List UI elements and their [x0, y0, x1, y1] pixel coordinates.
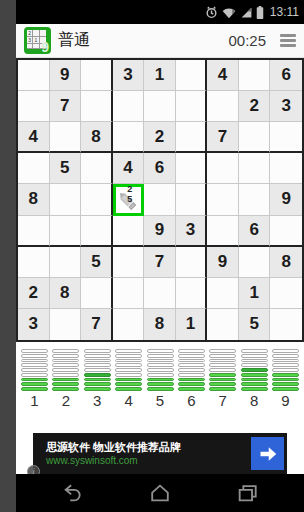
- cell-r4c9[interactable]: [270, 153, 302, 184]
- digit-button-4[interactable]: 4: [115, 349, 142, 409]
- cell-r1c9[interactable]: 6: [270, 60, 302, 91]
- digit-button-5[interactable]: 5: [147, 349, 174, 409]
- cell-r8c2[interactable]: 8: [50, 278, 82, 309]
- battery-icon: [256, 6, 264, 19]
- cell-r3c9[interactable]: [270, 122, 302, 153]
- cell-r4c5[interactable]: 6: [144, 153, 176, 184]
- cell-r7c5[interactable]: 7: [144, 247, 176, 278]
- cell-r7c2[interactable]: [50, 247, 82, 278]
- cell-r7c1[interactable]: [18, 247, 50, 278]
- cell-r6c5[interactable]: 9: [144, 216, 176, 247]
- digit-count-bar-1: [21, 349, 48, 391]
- pencil-marks: 2 5: [127, 184, 132, 204]
- cell-r8c6[interactable]: [176, 278, 208, 309]
- overflow-menu-icon[interactable]: [280, 30, 296, 51]
- cell-r7c4[interactable]: [113, 247, 145, 278]
- cell-r1c7[interactable]: 4: [207, 60, 239, 91]
- cell-r4c2[interactable]: 5: [50, 153, 82, 184]
- cell-r1c1[interactable]: [18, 60, 50, 91]
- cell-r5c1[interactable]: 8: [18, 184, 50, 215]
- app-icon-digit: 9: [41, 40, 49, 54]
- nav-recents-button[interactable]: [217, 474, 277, 512]
- alarm-icon: [205, 6, 218, 19]
- digit-label: 1: [30, 393, 38, 409]
- wifi-icon: [221, 6, 237, 19]
- cell-r3c2[interactable]: [50, 122, 82, 153]
- cell-r4c4[interactable]: 4: [113, 153, 145, 184]
- cell-r4c7[interactable]: [207, 153, 239, 184]
- digit-label: 5: [156, 393, 164, 409]
- cell-r9c1[interactable]: 3: [18, 309, 50, 340]
- cell-r9c4[interactable]: [113, 309, 145, 340]
- cell-r5c2[interactable]: [50, 184, 82, 215]
- digit-count-bar-9: [272, 349, 299, 391]
- game-timer: 00:25: [228, 32, 266, 49]
- cell-r4c3[interactable]: [81, 153, 113, 184]
- digit-count-bar-8: [241, 349, 268, 391]
- cell-r5c5[interactable]: [144, 184, 176, 215]
- ad-text: 思源软件 物业软件推荐品牌 www.syswinsoft.com: [46, 440, 181, 467]
- digit-count-bar-3: [84, 349, 111, 391]
- cell-r9c7[interactable]: [207, 309, 239, 340]
- cell-r6c8[interactable]: 6: [239, 216, 271, 247]
- cell-r2c3[interactable]: [81, 91, 113, 122]
- cell-r8c5[interactable]: [144, 278, 176, 309]
- cell-r1c5[interactable]: 1: [144, 60, 176, 91]
- cell-r9c3[interactable]: 7: [81, 309, 113, 340]
- digit-button-9[interactable]: 9: [272, 349, 299, 409]
- ad-arrow-button[interactable]: [251, 437, 284, 470]
- cell-r3c5[interactable]: 2: [144, 122, 176, 153]
- android-nav-bar: [16, 474, 304, 512]
- cell-r1c8[interactable]: [239, 60, 271, 91]
- cell-r3c4[interactable]: [113, 122, 145, 153]
- cell-r2c1[interactable]: [18, 91, 50, 122]
- cell-r6c6[interactable]: 3: [176, 216, 208, 247]
- digit-count-bar-2: [52, 349, 79, 391]
- cell-r1c2[interactable]: 9: [50, 60, 82, 91]
- cell-r8c1[interactable]: 2: [18, 278, 50, 309]
- digit-label: 7: [219, 393, 227, 409]
- cell-r2c6[interactable]: [176, 91, 208, 122]
- cell-r1c3[interactable]: [81, 60, 113, 91]
- ad-banner[interactable]: 思源软件 物业软件推荐品牌 www.syswinsoft.com i: [33, 433, 287, 474]
- cell-r3c6[interactable]: [176, 122, 208, 153]
- digit-count-bar-5: [147, 349, 174, 391]
- status-time: 13:11: [270, 5, 299, 19]
- cell-r2c2[interactable]: 7: [50, 91, 82, 122]
- digit-button-2[interactable]: 2: [52, 349, 79, 409]
- digit-label: 4: [124, 393, 132, 409]
- digit-label: 6: [187, 393, 195, 409]
- digit-count-bar-6: [178, 349, 205, 391]
- cell-r8c4[interactable]: [113, 278, 145, 309]
- cell-r9c5[interactable]: 8: [144, 309, 176, 340]
- arrow-right-icon: [256, 442, 280, 466]
- cell-r4c6[interactable]: [176, 153, 208, 184]
- digit-button-1[interactable]: 1: [21, 349, 48, 409]
- cell-r4c1[interactable]: [18, 153, 50, 184]
- cell-r4c8[interactable]: [239, 153, 271, 184]
- cell-r9c6[interactable]: 1: [176, 309, 208, 340]
- digit-label: 2: [62, 393, 70, 409]
- cell-r6c3[interactable]: [81, 216, 113, 247]
- nav-back-button[interactable]: [43, 474, 103, 512]
- cell-r9c9[interactable]: [270, 309, 302, 340]
- cell-r2c8[interactable]: 2: [239, 91, 271, 122]
- cell-r7c9[interactable]: 8: [270, 247, 302, 278]
- home-icon: [149, 482, 171, 504]
- cell-r7c6[interactable]: [176, 247, 208, 278]
- cell-r2c5[interactable]: [144, 91, 176, 122]
- signal-icon: [240, 6, 253, 19]
- digit-label: 3: [93, 393, 101, 409]
- cell-r8c7[interactable]: [207, 278, 239, 309]
- cell-r5c4[interactable]: 2 5: [113, 184, 145, 215]
- cell-r2c4[interactable]: [113, 91, 145, 122]
- digit-button-7[interactable]: 7: [209, 349, 236, 409]
- cell-r7c7[interactable]: 9: [207, 247, 239, 278]
- status-bar: 13:11: [16, 0, 304, 24]
- cell-r6c1[interactable]: [18, 216, 50, 247]
- digit-button-6[interactable]: 6: [178, 349, 205, 409]
- cell-r9c8[interactable]: 5: [239, 309, 271, 340]
- cell-r1c6[interactable]: [176, 60, 208, 91]
- cell-r1c4[interactable]: 3: [113, 60, 145, 91]
- difficulty-title: 普通: [58, 30, 90, 51]
- cell-r5c6[interactable]: [176, 184, 208, 215]
- sudoku-grid: 93146723482754682 59936579828137815: [16, 58, 304, 342]
- action-bar: 231 9 普通 00:25: [16, 24, 304, 58]
- digit-count-bar-4: [115, 349, 142, 391]
- cell-r3c8[interactable]: [239, 122, 271, 153]
- ad-url: www.syswinsoft.com: [46, 454, 181, 467]
- recents-icon: [236, 482, 258, 504]
- cell-r2c7[interactable]: [207, 91, 239, 122]
- cell-r3c1[interactable]: 4: [18, 122, 50, 153]
- cell-r3c7[interactable]: 7: [207, 122, 239, 153]
- cell-r2c9[interactable]: 3: [270, 91, 302, 122]
- digit-count-bar-7: [209, 349, 236, 391]
- back-icon: [62, 482, 84, 504]
- nav-home-button[interactable]: [130, 474, 190, 512]
- cell-r5c7[interactable]: [207, 184, 239, 215]
- app-icon: 231 9: [24, 27, 51, 54]
- cell-r7c3[interactable]: 5: [81, 247, 113, 278]
- cell-r6c9[interactable]: [270, 216, 302, 247]
- cell-r8c9[interactable]: [270, 278, 302, 309]
- number-pad: 123456789: [16, 342, 304, 409]
- cell-r9c2[interactable]: [50, 309, 82, 340]
- digit-label: 9: [281, 393, 289, 409]
- cell-r8c3[interactable]: [81, 278, 113, 309]
- cell-r6c7[interactable]: [207, 216, 239, 247]
- cell-r3c3[interactable]: 8: [81, 122, 113, 153]
- cell-r6c4[interactable]: [113, 216, 145, 247]
- app-window: 13:11 231 9 普通 00:25 93146723482754682 5…: [16, 0, 304, 512]
- cell-r5c9[interactable]: 9: [270, 184, 302, 215]
- cell-r5c3[interactable]: [81, 184, 113, 215]
- ad-title: 思源软件 物业软件推荐品牌: [46, 440, 181, 454]
- cell-r8c8[interactable]: 1: [239, 278, 271, 309]
- cell-r7c8[interactable]: [239, 247, 271, 278]
- digit-button-3[interactable]: 3: [84, 349, 111, 409]
- cell-r6c2[interactable]: [50, 216, 82, 247]
- cell-r5c8[interactable]: [239, 184, 271, 215]
- digit-button-8[interactable]: 8: [241, 349, 268, 409]
- digit-label: 8: [250, 393, 258, 409]
